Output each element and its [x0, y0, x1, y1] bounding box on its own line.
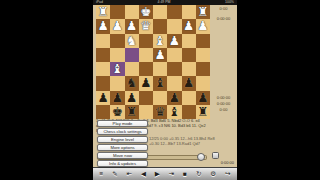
square-b5[interactable] [182, 62, 196, 76]
square-e8[interactable] [139, 105, 153, 119]
square-d7[interactable] [153, 91, 167, 105]
square-f1[interactable] [125, 5, 139, 19]
list-icon[interactable]: ≡ [99, 168, 103, 180]
square-e3[interactable] [139, 34, 153, 48]
engine-line: +0.30 12...Bb7 13.Rad1 Qd7 [149, 142, 235, 147]
bottom-toolbar: ≡ ✎ ⇤ ◀ ▶ ⇥ ■ ↻ ⚙ ↪ [93, 167, 237, 180]
square-h1[interactable]: ♜ [96, 5, 110, 19]
square-a1[interactable]: ♜ [196, 5, 210, 19]
square-g8[interactable]: ♚ [110, 105, 124, 119]
stop-icon[interactable]: ■ [183, 168, 187, 180]
square-h4[interactable] [96, 48, 110, 62]
square-f2[interactable]: ♟ [125, 19, 139, 33]
black-bishop: ♝ [155, 76, 166, 90]
square-c1[interactable] [167, 5, 181, 19]
square-e7[interactable] [139, 91, 153, 105]
chess-app-window: iPad 4:49 PM 100% ♜♚♜♟♟♟♛♟♟♞♝♟♟♝♞♟♝♟♟♟♟♟… [93, 0, 237, 180]
square-d2[interactable] [153, 19, 167, 33]
square-f8[interactable]: ♜ [125, 105, 139, 119]
black-pawn: ♟ [98, 91, 109, 105]
square-e6[interactable]: ♟ [139, 76, 153, 90]
square-g2[interactable]: ♟ [110, 19, 124, 33]
chess-board[interactable]: ♜♚♜♟♟♟♛♟♟♞♝♟♟♝♞♟♝♟♟♟♟♟♟♚♜♛♝♜ [96, 5, 210, 119]
square-b2[interactable]: ♟ [182, 19, 196, 33]
square-c2[interactable] [167, 19, 181, 33]
square-a4[interactable] [196, 48, 210, 62]
play-mode-button[interactable]: Play mode [97, 120, 148, 127]
square-b4[interactable] [182, 48, 196, 62]
more-options-button[interactable]: More options [97, 144, 148, 151]
square-h3[interactable] [96, 34, 110, 48]
black-queen: ♛ [155, 105, 166, 119]
square-f7[interactable]: ♟ [125, 91, 139, 105]
white-bishop: ♝ [155, 34, 166, 48]
square-d6[interactable]: ♝ [153, 76, 167, 90]
square-g7[interactable]: ♟ [110, 91, 124, 105]
share-icon[interactable]: ↪ [225, 168, 230, 180]
chess-clock-settings-button[interactable]: Chess clock settings [97, 128, 148, 135]
black-pawn: ♟ [112, 91, 123, 105]
black-bishop: ♝ [169, 105, 180, 119]
black-clock-increment: 0:00 [210, 107, 237, 112]
white-clock: 0:00 [210, 6, 237, 11]
square-a5[interactable] [196, 62, 210, 76]
square-d3[interactable]: ♝ [153, 34, 167, 48]
black-knight: ♞ [126, 76, 137, 90]
square-b1[interactable] [182, 5, 196, 19]
black-pawn: ♟ [169, 91, 180, 105]
square-g6[interactable] [110, 76, 124, 90]
square-c6[interactable] [167, 76, 181, 90]
forward-icon[interactable]: ▶ [155, 168, 160, 180]
square-b7[interactable] [182, 91, 196, 105]
square-h8[interactable] [96, 105, 110, 119]
square-b8[interactable] [182, 105, 196, 119]
engine-analysis: 12/25 0:00 +0.35 12...h6 13.Bh4 Re8 +0.3… [149, 137, 235, 147]
black-rook: ♜ [197, 105, 208, 119]
square-c8[interactable]: ♝ [167, 105, 181, 119]
square-d1[interactable] [153, 5, 167, 19]
white-pawn: ♟ [112, 19, 123, 33]
info-updates-button[interactable]: Info & updates [97, 160, 148, 167]
white-king: ♚ [140, 5, 151, 19]
square-g5[interactable]: ♝ [110, 62, 124, 76]
white-knight: ♞ [126, 34, 137, 48]
square-a6[interactable] [196, 76, 210, 90]
square-a3[interactable] [196, 34, 210, 48]
white-bishop: ♝ [112, 62, 123, 76]
skip-end-icon[interactable]: ⇥ [169, 168, 174, 180]
square-c7[interactable]: ♟ [167, 91, 181, 105]
gear-icon[interactable]: ⚙ [210, 168, 216, 180]
white-rook: ♜ [197, 5, 208, 19]
square-h7[interactable]: ♟ [96, 91, 110, 105]
white-pawn: ♟ [98, 19, 109, 33]
black-pawn: ♟ [140, 76, 151, 90]
engine-level-button[interactable]: Engine level [97, 136, 148, 143]
white-pawn: ♟ [183, 19, 194, 33]
square-e4[interactable] [139, 48, 153, 62]
square-g1[interactable] [110, 5, 124, 19]
black-clock: 0:00:00 [210, 95, 237, 100]
square-d5[interactable] [153, 62, 167, 76]
black-pawn: ♟ [197, 91, 208, 105]
edit-icon[interactable]: ✎ [112, 168, 117, 180]
back-icon[interactable]: ◀ [141, 168, 146, 180]
white-pawn: ♟ [155, 48, 166, 62]
white-pawn: ♟ [169, 34, 180, 48]
square-g4[interactable] [110, 48, 124, 62]
square-f4[interactable] [125, 48, 139, 62]
black-clock-total: 0:00:00 [210, 101, 237, 106]
skip-start-icon[interactable]: ⇤ [127, 168, 132, 180]
square-b3[interactable] [182, 34, 196, 48]
square-e2[interactable]: ♛ [139, 19, 153, 33]
square-a7[interactable]: ♟ [196, 91, 210, 105]
square-d8[interactable]: ♛ [153, 105, 167, 119]
square-c5[interactable] [167, 62, 181, 76]
square-h2[interactable]: ♟ [96, 19, 110, 33]
white-clock-total: 0:00:00 [210, 16, 237, 21]
engine-status: 0:00:00 [221, 160, 234, 165]
white-pawn: ♟ [197, 19, 208, 33]
black-pawn: ♟ [183, 76, 194, 90]
strength-slider-knob[interactable] [197, 153, 205, 161]
square-f5[interactable] [125, 62, 139, 76]
move-now-button[interactable]: Move now [97, 152, 148, 159]
square-e5[interactable] [139, 62, 153, 76]
popover-menu: Play mode Chess clock settings Engine le… [97, 120, 148, 168]
slider-step-button[interactable] [212, 152, 219, 159]
square-f3[interactable]: ♞ [125, 34, 139, 48]
rotate-icon[interactable]: ↻ [196, 168, 201, 180]
square-b6[interactable]: ♟ [182, 76, 196, 90]
square-c3[interactable]: ♟ [167, 34, 181, 48]
black-rook: ♜ [126, 105, 137, 119]
square-a8[interactable]: ♜ [196, 105, 210, 119]
square-g3[interactable] [110, 34, 124, 48]
square-h5[interactable] [96, 62, 110, 76]
square-d4[interactable]: ♟ [153, 48, 167, 62]
square-f6[interactable]: ♞ [125, 76, 139, 90]
square-e1[interactable]: ♚ [139, 5, 153, 19]
square-a2[interactable]: ♟ [196, 19, 210, 33]
status-battery: 100% [225, 0, 234, 5]
square-c4[interactable] [167, 48, 181, 62]
black-king: ♚ [112, 105, 123, 119]
white-queen: ♛ [140, 19, 151, 33]
square-h6[interactable] [96, 76, 110, 90]
video-frame: iPad 4:49 PM 100% ♜♚♜♟♟♟♛♟♟♞♝♟♟♝♞♟♝♟♟♟♟♟… [0, 0, 320, 180]
white-rook: ♜ [98, 5, 109, 19]
black-pawn: ♟ [126, 91, 137, 105]
white-pawn: ♟ [126, 19, 137, 33]
